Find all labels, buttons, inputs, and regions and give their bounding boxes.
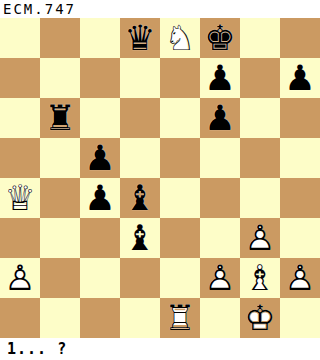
square-h4[interactable] [280, 178, 320, 218]
piece-white-queen: ♛♕ [0, 178, 40, 218]
square-h3[interactable] [280, 218, 320, 258]
piece-black-pawn: ♟ [80, 178, 120, 218]
piece-white-pawn: ♟♙ [280, 258, 320, 298]
square-e7[interactable] [160, 58, 200, 98]
square-a2[interactable]: ♟♙ [0, 258, 40, 298]
square-h8[interactable] [280, 18, 320, 58]
square-b1[interactable] [40, 298, 80, 338]
square-f4[interactable] [200, 178, 240, 218]
puzzle-title: ECM.747 [3, 1, 76, 17]
square-a8[interactable] [0, 18, 40, 58]
square-b6[interactable]: ♜ [40, 98, 80, 138]
square-e2[interactable] [160, 258, 200, 298]
square-d3[interactable]: ♝ [120, 218, 160, 258]
square-d4[interactable]: ♝ [120, 178, 160, 218]
square-h5[interactable] [280, 138, 320, 178]
piece-black-queen: ♛ [120, 18, 160, 58]
square-g3[interactable]: ♟♙ [240, 218, 280, 258]
square-g1[interactable]: ♚♔ [240, 298, 280, 338]
piece-black-pawn: ♟ [280, 58, 320, 98]
piece-black-pawn: ♟ [80, 138, 120, 178]
piece-black-pawn: ♟ [200, 98, 240, 138]
square-a5[interactable] [0, 138, 40, 178]
square-f1[interactable] [200, 298, 240, 338]
piece-white-pawn: ♟♙ [200, 258, 240, 298]
square-a4[interactable]: ♛♕ [0, 178, 40, 218]
square-c2[interactable] [80, 258, 120, 298]
square-f8[interactable]: ♚ [200, 18, 240, 58]
square-h2[interactable]: ♟♙ [280, 258, 320, 298]
piece-white-rook: ♜♖ [160, 298, 200, 338]
piece-white-bishop: ♝♗ [240, 258, 280, 298]
square-c3[interactable] [80, 218, 120, 258]
square-b8[interactable] [40, 18, 80, 58]
square-a6[interactable] [0, 98, 40, 138]
square-d5[interactable] [120, 138, 160, 178]
square-a3[interactable] [0, 218, 40, 258]
square-b2[interactable] [40, 258, 80, 298]
square-g8[interactable] [240, 18, 280, 58]
square-c5[interactable]: ♟ [80, 138, 120, 178]
piece-white-pawn: ♟♙ [240, 218, 280, 258]
square-e5[interactable] [160, 138, 200, 178]
square-f7[interactable]: ♟ [200, 58, 240, 98]
square-d7[interactable] [120, 58, 160, 98]
square-d8[interactable]: ♛ [120, 18, 160, 58]
square-e3[interactable] [160, 218, 200, 258]
square-b4[interactable] [40, 178, 80, 218]
square-c8[interactable] [80, 18, 120, 58]
square-e4[interactable] [160, 178, 200, 218]
square-g7[interactable] [240, 58, 280, 98]
chess-board: ♛♞♘♚♟♟♜♟♟♛♕♟♝♝♟♙♟♙♟♙♝♗♟♙♜♖♚♔ [0, 18, 320, 338]
square-a7[interactable] [0, 58, 40, 98]
square-e1[interactable]: ♜♖ [160, 298, 200, 338]
square-e6[interactable] [160, 98, 200, 138]
square-b7[interactable] [40, 58, 80, 98]
square-b5[interactable] [40, 138, 80, 178]
square-b3[interactable] [40, 218, 80, 258]
square-c6[interactable] [80, 98, 120, 138]
piece-black-bishop: ♝ [120, 218, 160, 258]
square-g4[interactable] [240, 178, 280, 218]
square-g5[interactable] [240, 138, 280, 178]
piece-black-pawn: ♟ [200, 58, 240, 98]
square-h1[interactable] [280, 298, 320, 338]
square-a1[interactable] [0, 298, 40, 338]
square-h6[interactable] [280, 98, 320, 138]
square-f3[interactable] [200, 218, 240, 258]
square-f6[interactable]: ♟ [200, 98, 240, 138]
piece-white-king: ♚♔ [240, 298, 280, 338]
square-e8[interactable]: ♞♘ [160, 18, 200, 58]
square-c7[interactable] [80, 58, 120, 98]
square-g6[interactable] [240, 98, 280, 138]
piece-black-bishop: ♝ [120, 178, 160, 218]
square-g2[interactable]: ♝♗ [240, 258, 280, 298]
square-d2[interactable] [120, 258, 160, 298]
piece-white-pawn: ♟♙ [0, 258, 40, 298]
piece-white-knight: ♞♘ [160, 18, 200, 58]
move-prompt: 1... ? [7, 340, 67, 358]
square-c4[interactable]: ♟ [80, 178, 120, 218]
piece-black-rook: ♜ [40, 98, 80, 138]
square-c1[interactable] [80, 298, 120, 338]
square-d1[interactable] [120, 298, 160, 338]
square-h7[interactable]: ♟ [280, 58, 320, 98]
piece-black-king: ♚ [200, 18, 240, 58]
square-f2[interactable]: ♟♙ [200, 258, 240, 298]
square-f5[interactable] [200, 138, 240, 178]
square-d6[interactable] [120, 98, 160, 138]
